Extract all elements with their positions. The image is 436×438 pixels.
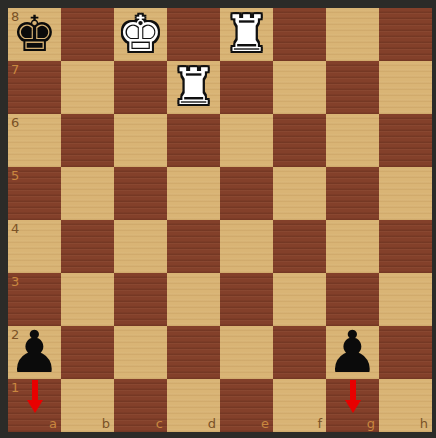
square-e6[interactable]	[220, 114, 273, 167]
black-pawn-g2[interactable]: ♟	[326, 326, 379, 379]
square-e8[interactable]: ♜	[220, 8, 273, 61]
white-rook-d7[interactable]: ♜	[167, 61, 220, 114]
square-f2[interactable]	[273, 326, 326, 379]
board-frame: 8♚♚♜7♜65432♟♟1abcdefgh	[0, 0, 436, 438]
square-c1[interactable]: c	[114, 379, 167, 432]
square-h8[interactable]	[379, 8, 432, 61]
file-label-g: g	[367, 417, 375, 430]
square-e7[interactable]	[220, 61, 273, 114]
file-label-d: d	[208, 417, 216, 430]
square-f1[interactable]: f	[273, 379, 326, 432]
square-d2[interactable]	[167, 326, 220, 379]
square-a8[interactable]: 8♚	[8, 8, 61, 61]
square-c8[interactable]: ♚	[114, 8, 167, 61]
square-c5[interactable]	[114, 167, 167, 220]
square-d4[interactable]	[167, 220, 220, 273]
square-b5[interactable]	[61, 167, 114, 220]
chess-board: 8♚♚♜7♜65432♟♟1abcdefgh	[8, 8, 432, 432]
square-b8[interactable]	[61, 8, 114, 61]
black-pawn-a2[interactable]: ♟	[8, 326, 61, 379]
square-g8[interactable]	[326, 8, 379, 61]
square-h2[interactable]	[379, 326, 432, 379]
rank-label-4: 4	[11, 222, 19, 235]
square-a2[interactable]: 2♟	[8, 326, 61, 379]
square-h3[interactable]	[379, 273, 432, 326]
square-d7[interactable]: ♜	[167, 61, 220, 114]
white-rook-e8[interactable]: ♜	[220, 8, 273, 61]
square-g5[interactable]	[326, 167, 379, 220]
square-a4[interactable]: 4	[8, 220, 61, 273]
file-label-c: c	[156, 417, 163, 430]
square-a6[interactable]: 6	[8, 114, 61, 167]
rank-label-5: 5	[11, 169, 19, 182]
square-d6[interactable]	[167, 114, 220, 167]
square-g7[interactable]	[326, 61, 379, 114]
square-f7[interactable]	[273, 61, 326, 114]
square-c7[interactable]	[114, 61, 167, 114]
rank-label-6: 6	[11, 116, 19, 129]
square-b3[interactable]	[61, 273, 114, 326]
square-d8[interactable]	[167, 8, 220, 61]
square-b1[interactable]: b	[61, 379, 114, 432]
rank-label-7: 7	[11, 63, 19, 76]
file-label-e: e	[261, 417, 269, 430]
file-label-a: a	[49, 417, 57, 430]
square-h7[interactable]	[379, 61, 432, 114]
square-e2[interactable]	[220, 326, 273, 379]
square-g1[interactable]: g	[326, 379, 379, 432]
square-b7[interactable]	[61, 61, 114, 114]
square-a5[interactable]: 5	[8, 167, 61, 220]
square-c2[interactable]	[114, 326, 167, 379]
square-a7[interactable]: 7	[8, 61, 61, 114]
square-e4[interactable]	[220, 220, 273, 273]
square-d3[interactable]	[167, 273, 220, 326]
square-b2[interactable]	[61, 326, 114, 379]
square-c4[interactable]	[114, 220, 167, 273]
square-h4[interactable]	[379, 220, 432, 273]
square-d1[interactable]: d	[167, 379, 220, 432]
file-label-b: b	[102, 417, 110, 430]
file-label-f: f	[317, 417, 322, 430]
square-e3[interactable]	[220, 273, 273, 326]
square-f8[interactable]	[273, 8, 326, 61]
square-d5[interactable]	[167, 167, 220, 220]
square-f4[interactable]	[273, 220, 326, 273]
square-c6[interactable]	[114, 114, 167, 167]
square-e5[interactable]	[220, 167, 273, 220]
square-e1[interactable]: e	[220, 379, 273, 432]
square-h1[interactable]: h	[379, 379, 432, 432]
square-c3[interactable]	[114, 273, 167, 326]
square-f3[interactable]	[273, 273, 326, 326]
square-f6[interactable]	[273, 114, 326, 167]
square-h5[interactable]	[379, 167, 432, 220]
square-b6[interactable]	[61, 114, 114, 167]
square-b4[interactable]	[61, 220, 114, 273]
square-g2[interactable]: ♟	[326, 326, 379, 379]
square-f5[interactable]	[273, 167, 326, 220]
square-g6[interactable]	[326, 114, 379, 167]
black-king-a8[interactable]: ♚	[8, 8, 61, 61]
white-king-c8[interactable]: ♚	[114, 8, 167, 61]
rank-label-3: 3	[11, 275, 19, 288]
square-a1[interactable]: 1a	[8, 379, 61, 432]
square-h6[interactable]	[379, 114, 432, 167]
square-g4[interactable]	[326, 220, 379, 273]
file-label-h: h	[420, 417, 428, 430]
